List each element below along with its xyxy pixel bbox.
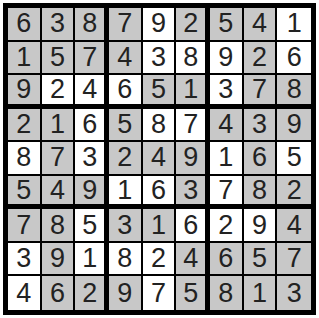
- cell-r5c7: 1: [210, 142, 244, 176]
- cell-r6c9: 2: [277, 176, 311, 210]
- cell-r6c2: 4: [42, 176, 76, 210]
- cell-r8c7: 6: [210, 243, 244, 277]
- cell-r5c1: 8: [8, 142, 42, 176]
- cell-r2c9: 6: [277, 42, 311, 76]
- cell-r5c2: 7: [42, 142, 76, 176]
- cell-r2c8: 2: [244, 42, 278, 76]
- cell-r1c9: 1: [277, 8, 311, 42]
- sudoku-board: 6387925411574389269246513782165874398732…: [3, 3, 316, 315]
- cell-r7c7: 2: [210, 209, 244, 243]
- cell-r6c7: 7: [210, 176, 244, 210]
- cell-r9c9: 3: [277, 276, 311, 310]
- cell-r4c4: 5: [109, 109, 143, 143]
- cell-r4c9: 9: [277, 109, 311, 143]
- cell-r4c6: 7: [176, 109, 210, 143]
- cell-r3c9: 8: [277, 75, 311, 109]
- cell-r7c9: 4: [277, 209, 311, 243]
- cell-r5c8: 6: [244, 142, 278, 176]
- cell-r1c3: 8: [75, 8, 109, 42]
- cell-r7c8: 9: [244, 209, 278, 243]
- cell-r3c4: 6: [109, 75, 143, 109]
- cell-r5c9: 5: [277, 142, 311, 176]
- cell-r2c5: 3: [143, 42, 177, 76]
- cell-r6c6: 3: [176, 176, 210, 210]
- cell-r3c7: 3: [210, 75, 244, 109]
- cell-r8c2: 9: [42, 243, 76, 277]
- cell-r5c4: 2: [109, 142, 143, 176]
- cell-r5c3: 3: [75, 142, 109, 176]
- cell-r9c5: 7: [143, 276, 177, 310]
- cell-r4c7: 4: [210, 109, 244, 143]
- cell-r4c1: 2: [8, 109, 42, 143]
- cell-r4c3: 6: [75, 109, 109, 143]
- cell-r9c4: 9: [109, 276, 143, 310]
- cell-r3c1: 9: [8, 75, 42, 109]
- cell-r1c7: 5: [210, 8, 244, 42]
- cell-r8c4: 8: [109, 243, 143, 277]
- cell-r6c3: 9: [75, 176, 109, 210]
- cell-r2c3: 7: [75, 42, 109, 76]
- cell-r3c5: 5: [143, 75, 177, 109]
- cell-r6c8: 8: [244, 176, 278, 210]
- cell-r7c4: 3: [109, 209, 143, 243]
- cell-r1c1: 6: [8, 8, 42, 42]
- cell-r1c8: 4: [244, 8, 278, 42]
- cell-r9c3: 2: [75, 276, 109, 310]
- cell-r1c4: 7: [109, 8, 143, 42]
- cell-r6c5: 6: [143, 176, 177, 210]
- cell-r6c4: 1: [109, 176, 143, 210]
- cell-r1c2: 3: [42, 8, 76, 42]
- cell-r3c3: 4: [75, 75, 109, 109]
- cell-r3c2: 2: [42, 75, 76, 109]
- cell-r5c6: 9: [176, 142, 210, 176]
- cell-r8c5: 2: [143, 243, 177, 277]
- cell-r9c6: 5: [176, 276, 210, 310]
- cell-r9c2: 6: [42, 276, 76, 310]
- cell-r6c1: 5: [8, 176, 42, 210]
- cell-r8c9: 7: [277, 243, 311, 277]
- cell-r2c1: 1: [8, 42, 42, 76]
- cell-r2c4: 4: [109, 42, 143, 76]
- cell-r2c2: 5: [42, 42, 76, 76]
- cell-r3c6: 1: [176, 75, 210, 109]
- cell-r1c6: 2: [176, 8, 210, 42]
- cell-r2c7: 9: [210, 42, 244, 76]
- cell-r8c6: 4: [176, 243, 210, 277]
- cell-r9c8: 1: [244, 276, 278, 310]
- cell-r4c8: 3: [244, 109, 278, 143]
- cell-r8c1: 3: [8, 243, 42, 277]
- cell-r4c5: 8: [143, 109, 177, 143]
- cell-r2c6: 8: [176, 42, 210, 76]
- cell-r8c8: 5: [244, 243, 278, 277]
- sudoku-diagram: 6387925411574389269246513782165874398732…: [0, 0, 319, 318]
- cell-r5c5: 4: [143, 142, 177, 176]
- cell-r8c3: 1: [75, 243, 109, 277]
- cell-r7c5: 1: [143, 209, 177, 243]
- cell-r7c2: 8: [42, 209, 76, 243]
- cell-r7c1: 7: [8, 209, 42, 243]
- cell-r3c8: 7: [244, 75, 278, 109]
- cell-r7c3: 5: [75, 209, 109, 243]
- cell-r9c1: 4: [8, 276, 42, 310]
- cell-r4c2: 1: [42, 109, 76, 143]
- cell-r1c5: 9: [143, 8, 177, 42]
- cell-r9c7: 8: [210, 276, 244, 310]
- cell-r7c6: 6: [176, 209, 210, 243]
